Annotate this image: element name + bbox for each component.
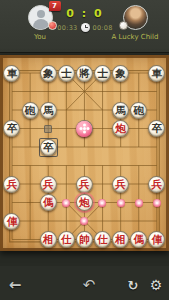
capture-target-marker[interactable] [76, 121, 92, 137]
piece-black-soldier[interactable]: 卒 [40, 139, 57, 156]
board-grid: 車象士將士象車砲馬馬砲卒卒卒卒炮兵兵兵兵兵傌炮俥相仕帥仕相傌俥 [3, 64, 166, 249]
move-hint-dot[interactable] [117, 199, 125, 207]
piece-red-general[interactable]: 帥 [76, 231, 93, 248]
piece-red-cannon[interactable]: 炮 [76, 194, 93, 211]
match-score: 0 : 0 [55, 7, 115, 20]
piece-black-elephant[interactable]: 象 [112, 65, 129, 82]
player-left-avatar[interactable]: 7 [28, 5, 53, 30]
undo-icon: ↶ [83, 276, 96, 294]
back-button[interactable]: ← [5, 275, 25, 295]
piece-red-elephant[interactable]: 相 [112, 231, 129, 248]
clock-icon [81, 23, 90, 32]
timers: 00:33 00:08 [55, 23, 115, 32]
piece-black-soldier[interactable]: 卒 [148, 120, 165, 137]
move-hint-dot[interactable] [153, 199, 161, 207]
piece-red-soldier[interactable]: 兵 [40, 176, 57, 193]
piece-black-advisor[interactable]: 士 [94, 65, 111, 82]
piece-red-horse[interactable]: 傌 [40, 194, 57, 211]
player-right-avatar[interactable] [123, 5, 148, 30]
piece-red-chariot[interactable]: 俥 [148, 231, 165, 248]
flower-icon [83, 127, 86, 130]
gear-icon: ⚙ [150, 277, 163, 293]
piece-red-soldier[interactable]: 兵 [3, 176, 20, 193]
piece-black-soldier[interactable]: 卒 [3, 120, 20, 137]
restart-button[interactable]: ↻ [123, 275, 143, 295]
piece-black-cannon[interactable]: 砲 [22, 102, 39, 119]
piece-red-soldier[interactable]: 兵 [148, 176, 165, 193]
piece-black-chariot[interactable]: 車 [3, 65, 20, 82]
piece-black-elephant[interactable]: 象 [40, 65, 57, 82]
piece-red-cannon[interactable]: 炮 [112, 120, 129, 137]
last-move-origin-marker [44, 125, 52, 133]
piece-red-horse[interactable]: 傌 [130, 231, 147, 248]
back-icon: ← [9, 276, 22, 294]
piece-red-soldier[interactable]: 兵 [112, 176, 129, 193]
piece-red-elephant[interactable]: 相 [40, 231, 57, 248]
restart-icon: ↻ [128, 278, 139, 293]
move-hint-dot[interactable] [135, 199, 143, 207]
piece-black-horse[interactable]: 馬 [112, 102, 129, 119]
xiangqi-board[interactable]: 車象士將士象車砲馬馬砲卒卒卒卒炮兵兵兵兵兵傌炮俥相仕帥仕相傌俥 [0, 55, 169, 251]
bottom-toolbar: ← ↶ ↻ ⚙ [0, 266, 169, 300]
piece-red-chariot[interactable]: 俥 [3, 213, 20, 230]
piece-red-soldier[interactable]: 兵 [76, 176, 93, 193]
xiangqi-app: 7 You 0 : 0 00:33 00:08 A Lucky Child 車象… [0, 0, 169, 300]
move-hint-dot[interactable] [80, 217, 88, 225]
player-right-name: A Lucky Child [107, 33, 163, 41]
piece-black-cannon[interactable]: 砲 [130, 102, 147, 119]
settings-button[interactable]: ⚙ [146, 275, 166, 295]
player-right: A Lucky Child [107, 5, 163, 41]
piece-red-advisor[interactable]: 仕 [94, 231, 111, 248]
left-timer: 00:33 [57, 24, 77, 32]
piece-black-advisor[interactable]: 士 [58, 65, 75, 82]
undo-move-button[interactable]: ↶ [79, 275, 99, 295]
move-hint-dot[interactable] [98, 199, 106, 207]
player-left-name: You [12, 33, 68, 41]
match-status: 0 : 0 00:33 00:08 [55, 7, 115, 32]
piece-black-horse[interactable]: 馬 [40, 102, 57, 119]
piece-black-general[interactable]: 將 [76, 65, 93, 82]
top-bar: 7 You 0 : 0 00:33 00:08 A Lucky Child [0, 0, 169, 52]
piece-red-advisor[interactable]: 仕 [58, 231, 75, 248]
piece-black-chariot[interactable]: 車 [148, 65, 165, 82]
black-side-indicator-icon [119, 21, 128, 30]
move-hint-dot[interactable] [62, 199, 70, 207]
